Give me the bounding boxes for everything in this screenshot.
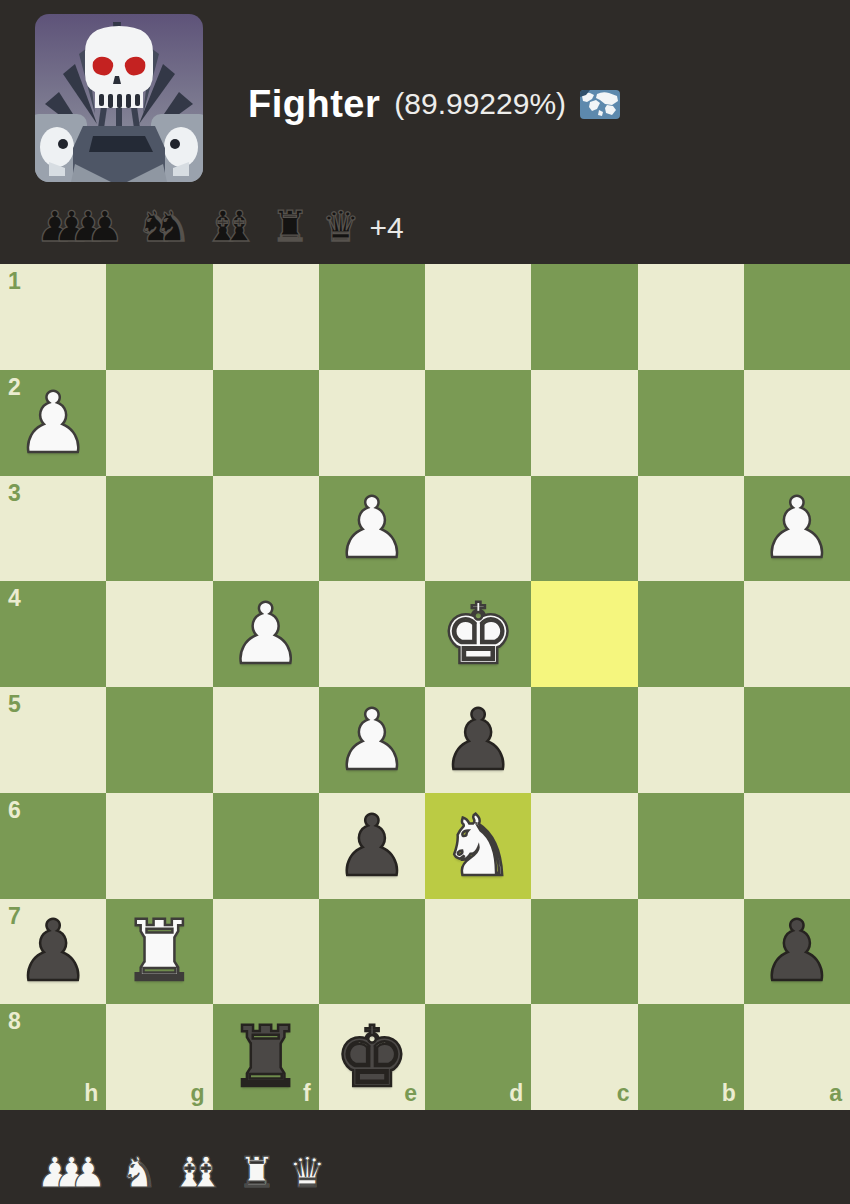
player-accuracy: (89.99229%) <box>394 87 566 121</box>
square-d6[interactable]: ♞ <box>425 793 531 899</box>
square-a3[interactable]: ♟ <box>744 476 850 582</box>
captured-white-knight-icon: ♞ <box>120 1150 158 1196</box>
file-label-b: b <box>722 1082 736 1105</box>
captured-black-pawn-icon: ♟ <box>86 204 124 250</box>
square-e7[interactable] <box>319 899 425 1005</box>
player-avatar[interactable] <box>35 14 203 182</box>
square-c2[interactable] <box>531 370 637 476</box>
black-pawn-a7[interactable]: ♟ <box>744 899 850 1005</box>
square-e5[interactable]: ♟ <box>319 687 425 793</box>
square-c1[interactable] <box>531 264 637 370</box>
square-b4[interactable] <box>638 581 744 687</box>
square-f8[interactable]: f♜ <box>213 1004 319 1110</box>
square-h3[interactable]: 3 <box>0 476 106 582</box>
captured-white-bishop-icon: ♝ <box>187 1150 225 1196</box>
white-king-d4[interactable]: ♚ <box>425 581 531 687</box>
square-d1[interactable] <box>425 264 531 370</box>
square-g7[interactable]: ♜ <box>106 899 212 1005</box>
square-d2[interactable] <box>425 370 531 476</box>
captured-white-rook-icon: ♜ <box>238 1150 276 1196</box>
square-g5[interactable] <box>106 687 212 793</box>
square-a1[interactable] <box>744 264 850 370</box>
square-g6[interactable] <box>106 793 212 899</box>
square-a7[interactable]: ♟ <box>744 899 850 1005</box>
square-h8[interactable]: 8h <box>0 1004 106 1110</box>
square-e8[interactable]: e♚ <box>319 1004 425 1110</box>
white-rook-g7[interactable]: ♜ <box>106 899 212 1005</box>
square-g2[interactable] <box>106 370 212 476</box>
player-info: Fighter (89.99229%) <box>248 78 620 130</box>
square-c3[interactable] <box>531 476 637 582</box>
square-a2[interactable] <box>744 370 850 476</box>
square-a6[interactable] <box>744 793 850 899</box>
material-advantage: +4 <box>370 206 404 250</box>
black-rook-f8[interactable]: ♜ <box>213 1004 319 1110</box>
player-name[interactable]: Fighter <box>248 83 380 126</box>
square-g1[interactable] <box>106 264 212 370</box>
square-b1[interactable] <box>638 264 744 370</box>
rank-label-1: 1 <box>8 270 21 293</box>
square-b5[interactable] <box>638 687 744 793</box>
white-pawn-h2[interactable]: ♟ <box>0 370 106 476</box>
captured-black-knight-icon: ♞ <box>153 204 191 250</box>
captured-black-queen-icon: ♛ <box>322 204 360 250</box>
square-e2[interactable] <box>319 370 425 476</box>
square-h5[interactable]: 5 <box>0 687 106 793</box>
square-h2[interactable]: 2♟ <box>0 370 106 476</box>
skull-throne-avatar <box>35 14 203 182</box>
black-king-e8[interactable]: ♚ <box>319 1004 425 1110</box>
square-d5[interactable]: ♟ <box>425 687 531 793</box>
square-g3[interactable] <box>106 476 212 582</box>
square-g4[interactable] <box>106 581 212 687</box>
white-pawn-e3[interactable]: ♟ <box>319 476 425 582</box>
white-pawn-a3[interactable]: ♟ <box>744 476 850 582</box>
square-f3[interactable] <box>213 476 319 582</box>
square-c4[interactable] <box>531 581 637 687</box>
square-c5[interactable] <box>531 687 637 793</box>
square-b7[interactable] <box>638 899 744 1005</box>
square-a8[interactable]: a <box>744 1004 850 1110</box>
square-e6[interactable]: ♟ <box>319 793 425 899</box>
world-flag-icon <box>580 90 620 119</box>
black-pawn-e6[interactable]: ♟ <box>319 793 425 899</box>
captured-pieces-top: ♟♟♟♟♞♞♝♝♜♛+4 <box>36 200 404 250</box>
square-e4[interactable] <box>319 581 425 687</box>
file-label-h: h <box>84 1082 98 1105</box>
square-d3[interactable] <box>425 476 531 582</box>
file-label-c: c <box>617 1082 630 1105</box>
black-pawn-d5[interactable]: ♟ <box>425 687 531 793</box>
white-pawn-f4[interactable]: ♟ <box>213 581 319 687</box>
square-d4[interactable]: ♚ <box>425 581 531 687</box>
square-h4[interactable]: 4 <box>0 581 106 687</box>
rank-label-3: 3 <box>8 482 21 505</box>
square-c8[interactable]: c <box>531 1004 637 1110</box>
square-a5[interactable] <box>744 687 850 793</box>
square-b6[interactable] <box>638 793 744 899</box>
square-a4[interactable] <box>744 581 850 687</box>
rank-label-4: 4 <box>8 587 21 610</box>
square-d7[interactable] <box>425 899 531 1005</box>
square-h7[interactable]: 7♟ <box>0 899 106 1005</box>
captured-black-bishop-icon: ♝ <box>221 204 259 250</box>
square-h1[interactable]: 1 <box>0 264 106 370</box>
square-f4[interactable]: ♟ <box>213 581 319 687</box>
square-f7[interactable] <box>213 899 319 1005</box>
rank-label-5: 5 <box>8 693 21 716</box>
chess-board: 12♟3♟♟4♟♚5♟♟6♟♞7♟♜♟8hgf♜e♚dcba <box>0 264 850 1110</box>
square-b2[interactable] <box>638 370 744 476</box>
rank-label-8: 8 <box>8 1010 21 1033</box>
square-f2[interactable] <box>213 370 319 476</box>
square-d8[interactable]: d <box>425 1004 531 1110</box>
captured-white-pawn-icon: ♟ <box>69 1150 107 1196</box>
rank-label-6: 6 <box>8 799 21 822</box>
square-b3[interactable] <box>638 476 744 582</box>
square-b8[interactable]: b <box>638 1004 744 1110</box>
square-f5[interactable] <box>213 687 319 793</box>
square-e1[interactable] <box>319 264 425 370</box>
square-f6[interactable] <box>213 793 319 899</box>
file-label-d: d <box>509 1082 523 1105</box>
captured-black-rook-icon: ♜ <box>271 204 309 250</box>
file-label-g: g <box>190 1082 204 1105</box>
white-pawn-e5[interactable]: ♟ <box>319 687 425 793</box>
square-g8[interactable]: g <box>106 1004 212 1110</box>
square-c6[interactable] <box>531 793 637 899</box>
white-knight-d6[interactable]: ♞ <box>425 793 531 899</box>
black-pawn-h7[interactable]: ♟ <box>0 899 106 1005</box>
file-label-a: a <box>829 1082 842 1105</box>
square-c7[interactable] <box>531 899 637 1005</box>
square-f1[interactable] <box>213 264 319 370</box>
captured-white-queen-icon: ♛ <box>289 1150 327 1196</box>
square-h6[interactable]: 6 <box>0 793 106 899</box>
square-e3[interactable]: ♟ <box>319 476 425 582</box>
captured-pieces-bottom: ♟♟♟♞♝♝♜♛ <box>36 1146 326 1196</box>
